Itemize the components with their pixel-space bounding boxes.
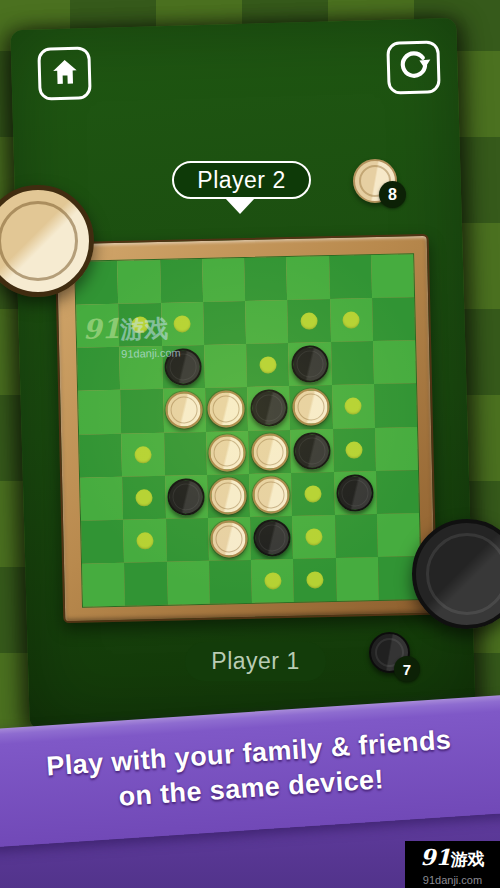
move-hint-dot[interactable]	[174, 315, 191, 332]
board-cell[interactable]	[164, 431, 207, 475]
white-disc	[208, 390, 246, 428]
move-hint-dot[interactable]	[343, 312, 360, 329]
home-button[interactable]	[37, 46, 91, 100]
black-score-value: 7	[403, 661, 411, 678]
board-cell[interactable]	[163, 388, 206, 432]
board-cell[interactable]	[82, 563, 125, 607]
board-cell[interactable]	[289, 385, 332, 429]
move-hint-dot[interactable]	[264, 572, 281, 589]
white-disc	[165, 391, 203, 429]
white-disc	[210, 520, 248, 558]
black-disc	[167, 478, 205, 516]
board-cell[interactable]	[119, 346, 162, 390]
move-hint-dot[interactable]	[306, 571, 323, 588]
board-cell[interactable]	[291, 472, 334, 516]
board-cell[interactable]	[250, 516, 293, 560]
board-cell[interactable]	[120, 389, 163, 433]
turn-indicator-arrow	[225, 198, 255, 214]
board-cell[interactable]	[377, 513, 420, 557]
board-cell[interactable]	[373, 340, 416, 384]
board-cell[interactable]	[244, 257, 287, 301]
board-cell[interactable]	[249, 473, 292, 517]
white-disc	[208, 434, 246, 472]
black-disc	[293, 432, 331, 470]
player1-name-pill: Player 1	[185, 642, 326, 681]
board-cell[interactable]	[207, 474, 250, 518]
board-cell[interactable]	[251, 559, 294, 603]
board-cell[interactable]	[287, 299, 330, 343]
black-disc	[164, 348, 202, 386]
move-hint-dot[interactable]	[304, 485, 321, 502]
move-hint-dot[interactable]	[344, 398, 361, 415]
restart-button[interactable]	[386, 40, 440, 94]
player1-label: Player 1	[211, 648, 299, 675]
black-disc	[250, 390, 288, 428]
board-cell[interactable]	[79, 433, 122, 477]
board-cell[interactable]	[203, 301, 246, 345]
corner-watermark-logo: 91	[420, 844, 451, 870]
board-cell[interactable]	[375, 427, 418, 471]
board-cell[interactable]	[334, 514, 377, 558]
board-cell[interactable]	[81, 520, 124, 564]
move-hint-dot[interactable]	[259, 357, 276, 374]
board-cell[interactable]	[206, 430, 249, 474]
game-screen: Player 2 8 91游戏 91danji.com Player 1 7 P…	[0, 0, 500, 888]
player2-name-pill: Player 2	[172, 161, 311, 199]
board-cell[interactable]	[117, 260, 160, 304]
board-cell[interactable]	[245, 300, 288, 344]
board-cell[interactable]	[246, 343, 289, 387]
white-disc	[251, 433, 289, 471]
board-cell[interactable]	[162, 345, 205, 389]
black-disc	[336, 474, 374, 512]
black-score-badge: 7	[394, 656, 420, 682]
board-cell[interactable]	[160, 259, 203, 303]
home-icon	[48, 56, 81, 92]
corner-watermark: 91游戏 91danji.com	[405, 841, 500, 888]
board-cell[interactable]	[372, 297, 415, 341]
board-cell[interactable]	[209, 560, 252, 604]
board-cell[interactable]	[205, 387, 248, 431]
board-cell[interactable]	[161, 302, 204, 346]
board-cell[interactable]	[334, 471, 377, 515]
othello-board[interactable]	[74, 253, 422, 608]
board-cell[interactable]	[118, 303, 161, 347]
board-cell[interactable]	[371, 254, 414, 298]
board-cell[interactable]	[330, 298, 373, 342]
black-disc	[291, 345, 329, 383]
white-disc	[292, 389, 330, 427]
board-cell[interactable]	[335, 557, 378, 601]
board-cell[interactable]	[332, 384, 375, 428]
move-hint-dot[interactable]	[135, 489, 152, 506]
board-cell[interactable]	[202, 258, 245, 302]
board-cell[interactable]	[288, 342, 331, 386]
player2-label: Player 2	[197, 167, 285, 194]
board-cell[interactable]	[333, 428, 376, 472]
board-cell[interactable]	[374, 384, 417, 428]
board-cell[interactable]	[204, 344, 247, 388]
move-hint-dot[interactable]	[136, 532, 153, 549]
move-hint-dot[interactable]	[305, 528, 322, 545]
board-cell[interactable]	[293, 558, 336, 602]
white-disc	[252, 476, 290, 514]
board-cell[interactable]	[208, 517, 251, 561]
board-cell[interactable]	[77, 347, 120, 391]
board-cell[interactable]	[286, 256, 329, 300]
board-cell[interactable]	[166, 518, 209, 562]
board-cell[interactable]	[78, 390, 121, 434]
board-cell[interactable]	[376, 470, 419, 514]
board-cell[interactable]	[76, 304, 119, 348]
board-cell[interactable]	[247, 386, 290, 430]
move-hint-dot[interactable]	[131, 316, 148, 333]
board-cell[interactable]	[122, 475, 165, 519]
board-cell[interactable]	[165, 475, 208, 519]
white-disc	[209, 477, 247, 515]
black-disc	[253, 519, 291, 557]
move-hint-dot[interactable]	[300, 313, 317, 330]
corner-watermark-url: 91danji.com	[423, 874, 482, 886]
white-score-value: 8	[388, 186, 397, 204]
move-hint-dot[interactable]	[345, 441, 362, 458]
board-cell[interactable]	[123, 519, 166, 563]
board-cell[interactable]	[167, 561, 210, 605]
othello-board-frame: 91游戏 91danji.com	[55, 234, 438, 623]
board-cell[interactable]	[248, 429, 291, 473]
board-cell[interactable]	[80, 476, 123, 520]
white-score-badge: 8	[379, 181, 406, 208]
move-hint-dot[interactable]	[134, 446, 151, 463]
board-cell[interactable]	[124, 562, 167, 606]
restart-icon	[396, 49, 431, 87]
board-cell[interactable]	[331, 341, 374, 385]
board-cell[interactable]	[329, 255, 372, 299]
board-cell[interactable]	[121, 432, 164, 476]
board-cell[interactable]	[292, 515, 335, 559]
board-cell[interactable]	[290, 429, 333, 473]
